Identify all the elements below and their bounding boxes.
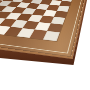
square-r7c7 [43, 31, 60, 41]
background [0, 0, 90, 90]
playing-grid [0, 0, 74, 41]
